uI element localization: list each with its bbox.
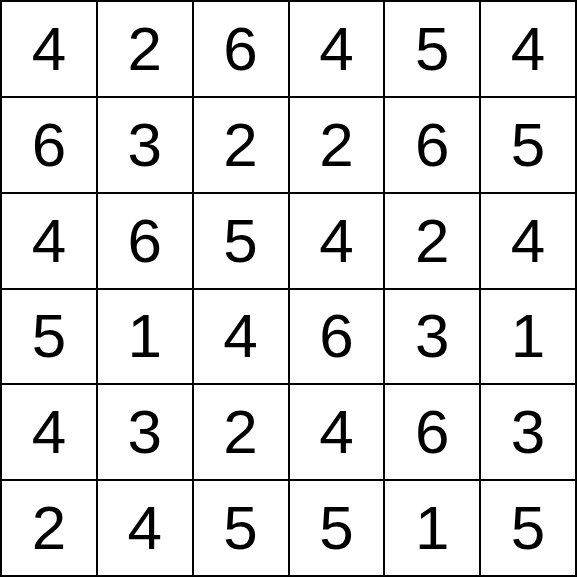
grid-cell-r1c5[interactable]: 5 xyxy=(385,2,479,96)
grid-cell-r6c1[interactable]: 2 xyxy=(2,481,96,575)
grid-cell-r3c1[interactable]: 4 xyxy=(2,194,96,288)
grid-cell-r6c3[interactable]: 5 xyxy=(194,481,288,575)
grid-cell-r1c2[interactable]: 2 xyxy=(98,2,192,96)
grid-cell-r2c4[interactable]: 2 xyxy=(290,98,384,192)
grid-cell-r1c4[interactable]: 4 xyxy=(290,2,384,96)
grid-cell-r4c3[interactable]: 4 xyxy=(194,290,288,384)
grid-cell-r6c6[interactable]: 5 xyxy=(481,481,575,575)
grid-cell-r1c6[interactable]: 4 xyxy=(481,2,575,96)
grid-cell-r4c5[interactable]: 3 xyxy=(385,290,479,384)
grid-cell-r4c1[interactable]: 5 xyxy=(2,290,96,384)
grid-cell-r2c3[interactable]: 2 xyxy=(194,98,288,192)
grid-cell-r4c6[interactable]: 1 xyxy=(481,290,575,384)
grid-cell-r5c4[interactable]: 4 xyxy=(290,385,384,479)
puzzle-board: 426454632265465424514631432463245515 xyxy=(0,0,577,577)
grid-cell-r4c4[interactable]: 6 xyxy=(290,290,384,384)
grid-cell-r2c5[interactable]: 6 xyxy=(385,98,479,192)
grid-cell-r3c3[interactable]: 5 xyxy=(194,194,288,288)
grid-cell-r5c2[interactable]: 3 xyxy=(98,385,192,479)
grid-cell-r3c2[interactable]: 6 xyxy=(98,194,192,288)
grid-cell-r2c1[interactable]: 6 xyxy=(2,98,96,192)
grid-cell-r5c6[interactable]: 3 xyxy=(481,385,575,479)
grid-cell-r5c3[interactable]: 2 xyxy=(194,385,288,479)
grid-cell-r1c1[interactable]: 4 xyxy=(2,2,96,96)
grid-cell-r3c6[interactable]: 4 xyxy=(481,194,575,288)
grid-cell-r6c5[interactable]: 1 xyxy=(385,481,479,575)
grid-cell-r6c2[interactable]: 4 xyxy=(98,481,192,575)
grid-cell-r2c2[interactable]: 3 xyxy=(98,98,192,192)
grid-cell-r5c5[interactable]: 6 xyxy=(385,385,479,479)
grid-cell-r3c5[interactable]: 2 xyxy=(385,194,479,288)
grid-cell-r1c3[interactable]: 6 xyxy=(194,2,288,96)
grid-cell-r6c4[interactable]: 5 xyxy=(290,481,384,575)
grid-cell-r3c4[interactable]: 4 xyxy=(290,194,384,288)
grid-cell-r5c1[interactable]: 4 xyxy=(2,385,96,479)
grid-cell-r4c2[interactable]: 1 xyxy=(98,290,192,384)
grid-cell-r2c6[interactable]: 5 xyxy=(481,98,575,192)
